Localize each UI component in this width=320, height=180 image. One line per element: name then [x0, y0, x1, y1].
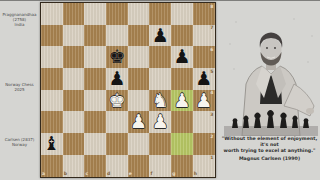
square-f4: ♞	[149, 90, 171, 112]
black-player-name: Praggnanandhaa (2758)	[0, 12, 39, 22]
square-g1: g	[171, 155, 193, 177]
square-g2	[171, 133, 193, 155]
quote-attribution: Magnus Carlsen (1990)	[219, 156, 320, 162]
white-pawn-g4: ♟	[171, 90, 193, 112]
rank-label-4: 4	[210, 90, 213, 95]
quote-line-1: "Without the element of enjoyment, it's …	[219, 136, 320, 148]
black-player-country: India	[0, 22, 39, 27]
rank-label-6: 6	[210, 47, 213, 52]
square-b4	[63, 90, 85, 112]
square-c7	[84, 25, 106, 47]
black-bishop-a2: ♝	[41, 133, 63, 155]
white-player-label: Carlsen (2837) Norway	[0, 137, 39, 147]
rank-label-5: 5	[210, 69, 213, 74]
square-a4	[41, 90, 63, 112]
square-f1: f	[149, 155, 171, 177]
square-e4	[128, 90, 150, 112]
square-f6	[149, 46, 171, 68]
rank-label-1: 1	[210, 155, 213, 160]
square-h8: 8	[193, 3, 215, 25]
square-d4: ♚	[106, 90, 128, 112]
square-c3	[84, 111, 106, 133]
square-e5	[128, 68, 150, 90]
square-e2	[128, 133, 150, 155]
square-c4	[84, 90, 106, 112]
file-label-d: d	[107, 171, 110, 176]
black-pawn-f7: ♟	[149, 25, 171, 47]
square-e7	[128, 25, 150, 47]
square-b3	[63, 111, 85, 133]
square-h4: 4♟	[193, 90, 215, 112]
file-label-b: b	[64, 171, 67, 176]
square-d7	[106, 25, 128, 47]
square-h1: 1h	[193, 155, 215, 177]
file-label-e: e	[129, 171, 132, 176]
square-c1: c	[84, 155, 106, 177]
square-f3: ♟	[149, 111, 171, 133]
file-label-g: g	[172, 171, 175, 176]
square-a6	[41, 46, 63, 68]
square-b6	[63, 46, 85, 68]
square-b7	[63, 25, 85, 47]
square-g6: ♟	[171, 46, 193, 68]
square-e3: ♟	[128, 111, 150, 133]
quote-line-2: worth trying to excel at anything."	[219, 148, 320, 154]
white-pawn-f3: ♟	[149, 111, 171, 133]
black-player-label: Praggnanandhaa (2758) India	[0, 12, 39, 28]
square-b8	[63, 3, 85, 25]
square-b2	[63, 133, 85, 155]
square-a1: a	[41, 155, 63, 177]
rank-label-8: 8	[210, 4, 213, 9]
white-king-d4: ♚	[106, 90, 128, 112]
white-pawn-e3: ♟	[128, 111, 150, 133]
square-e8	[128, 3, 150, 25]
rank-label-2: 2	[210, 134, 213, 139]
square-g5	[171, 68, 193, 90]
square-g3	[171, 111, 193, 133]
file-label-c: c	[85, 171, 88, 176]
event-label: Norway Chess 2025	[0, 82, 39, 92]
square-a8	[41, 3, 63, 25]
square-e6	[128, 46, 150, 68]
square-e1: e	[128, 155, 150, 177]
square-d2	[106, 133, 128, 155]
square-a2: ♝	[41, 133, 63, 155]
square-d6: ♚	[106, 46, 128, 68]
square-d1: d	[106, 155, 128, 177]
black-king-d6: ♚	[106, 46, 128, 68]
square-f8	[149, 3, 171, 25]
rank-label-3: 3	[210, 112, 213, 117]
square-h2: 2	[193, 133, 215, 155]
black-pawn-d5: ♟	[106, 68, 128, 90]
square-f7: ♟	[149, 25, 171, 47]
square-c6	[84, 46, 106, 68]
square-b1: b	[63, 155, 85, 177]
square-f5	[149, 68, 171, 90]
square-c2	[84, 133, 106, 155]
rank-label-7: 7	[210, 25, 213, 30]
square-d8	[106, 3, 128, 25]
square-c5	[84, 68, 106, 90]
square-d3	[106, 111, 128, 133]
square-h7: 7	[193, 25, 215, 47]
square-h5: 5♟	[193, 68, 215, 90]
square-h6: 6	[193, 46, 215, 68]
square-c8	[84, 3, 106, 25]
square-b5	[63, 68, 85, 90]
square-g4: ♟	[171, 90, 193, 112]
file-label-h: h	[194, 171, 197, 176]
quote-block: "Without the element of enjoyment, it's …	[219, 136, 320, 162]
carlsen-photo	[224, 14, 318, 136]
square-f2	[149, 133, 171, 155]
file-label-f: f	[150, 171, 152, 176]
foreground-chess-pieces	[224, 110, 318, 136]
white-knight-f4: ♞	[149, 90, 171, 112]
white-player-country: Norway	[0, 142, 39, 147]
square-a5	[41, 68, 63, 90]
square-g7	[171, 25, 193, 47]
chess-board: 8♟7♚♟6♟5♟♚♞♟4♟♟♟3♝2abcdefg1h	[40, 2, 216, 178]
black-pawn-g6: ♟	[171, 46, 193, 68]
square-d5: ♟	[106, 68, 128, 90]
square-h3: 3	[193, 111, 215, 133]
square-a3	[41, 111, 63, 133]
square-g8	[171, 3, 193, 25]
video-frame: Praggnanandhaa (2758) India Norway Chess…	[0, 0, 320, 180]
square-a7	[41, 25, 63, 47]
file-label-a: a	[42, 171, 45, 176]
